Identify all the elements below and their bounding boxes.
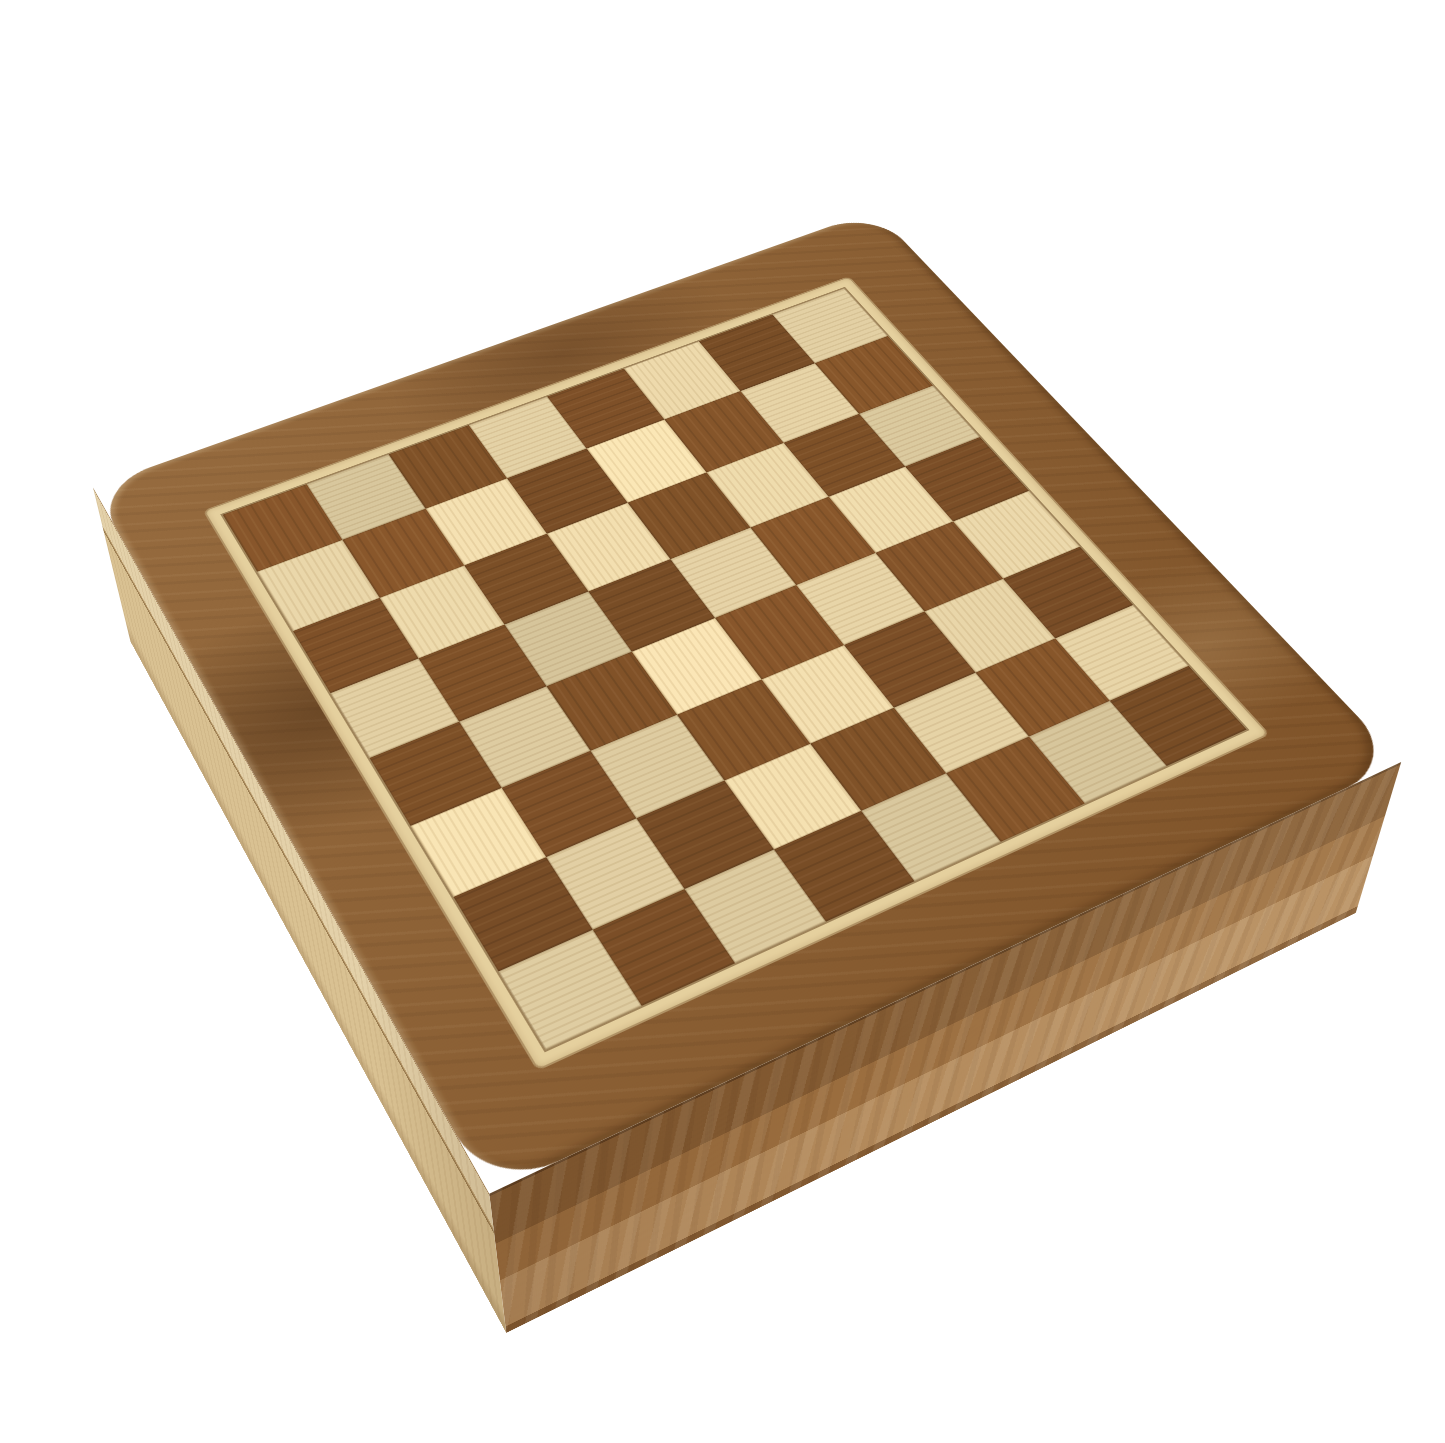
square-e3	[762, 645, 894, 744]
square-g1	[1029, 701, 1167, 804]
square-a4	[370, 722, 502, 826]
square-b5	[419, 625, 547, 722]
square-c2	[636, 781, 774, 890]
square-d1	[774, 811, 914, 922]
square-d4	[632, 618, 762, 715]
square-e2	[810, 708, 946, 811]
square-b1	[593, 889, 735, 1006]
square-d2	[724, 744, 861, 850]
square-c1	[685, 849, 826, 963]
box-lid-top	[93, 211, 1401, 1194]
square-c3	[590, 715, 724, 819]
square-b4	[459, 686, 590, 788]
square-a3	[411, 788, 547, 897]
square-g2	[976, 638, 1110, 736]
square-f1	[946, 737, 1085, 842]
square-b2	[546, 818, 684, 929]
square-a1	[499, 930, 642, 1050]
square-d3	[677, 679, 810, 780]
square-f3	[844, 611, 976, 707]
square-f2	[894, 673, 1029, 774]
square-c4	[547, 652, 678, 751]
square-h1	[1110, 666, 1247, 766]
wooden-chess-box	[93, 211, 1401, 1194]
square-b3	[502, 751, 637, 857]
square-e1	[861, 773, 1001, 881]
product-photo	[0, 0, 1445, 1443]
square-a5	[330, 658, 459, 758]
square-a2	[454, 857, 593, 971]
square-h2	[1055, 605, 1188, 701]
